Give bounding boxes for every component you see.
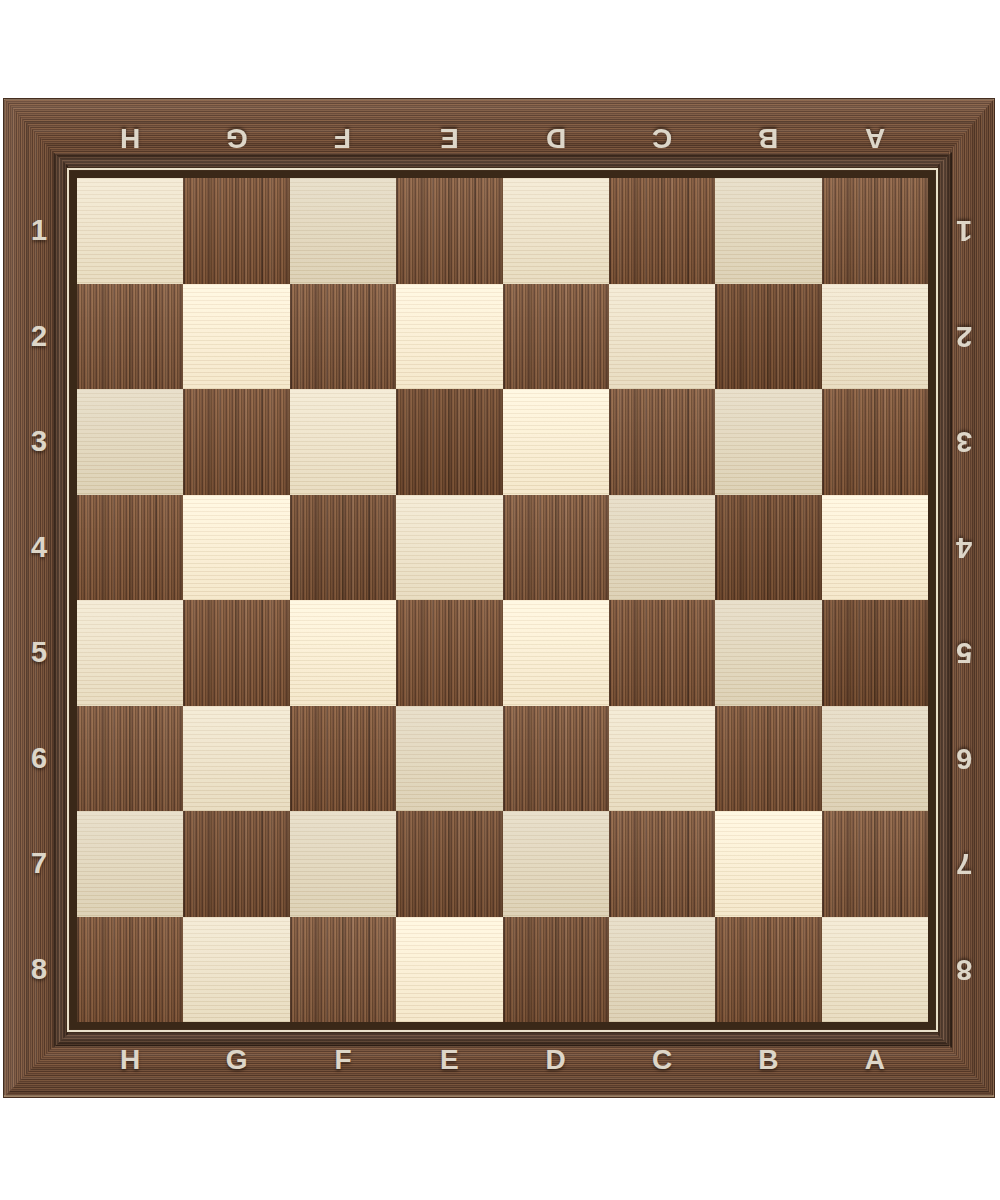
square-d3 [503, 389, 609, 495]
square-f2 [290, 284, 396, 390]
square-h4 [77, 495, 183, 601]
square-e1 [396, 178, 502, 284]
square-h5 [77, 600, 183, 706]
square-f3 [290, 389, 396, 495]
square-e5 [396, 600, 502, 706]
square-c2 [609, 284, 715, 390]
square-d1 [503, 178, 609, 284]
square-a3 [822, 389, 928, 495]
square-e2 [396, 284, 502, 390]
square-e4 [396, 495, 502, 601]
square-b6 [715, 706, 821, 812]
square-f8 [290, 917, 396, 1023]
square-h3 [77, 389, 183, 495]
square-d5 [503, 600, 609, 706]
product-photo: HGFEDCBA HGFEDCBA 12345678 12345678 [0, 0, 1000, 1200]
square-a7 [822, 811, 928, 917]
square-g3 [183, 389, 289, 495]
square-b5 [715, 600, 821, 706]
square-a8 [822, 917, 928, 1023]
square-h2 [77, 284, 183, 390]
chessboard: HGFEDCBA HGFEDCBA 12345678 12345678 [3, 98, 995, 1098]
square-c1 [609, 178, 715, 284]
square-c4 [609, 495, 715, 601]
square-d8 [503, 917, 609, 1023]
square-h8 [77, 917, 183, 1023]
square-c5 [609, 600, 715, 706]
square-e7 [396, 811, 502, 917]
square-g5 [183, 600, 289, 706]
square-b4 [715, 495, 821, 601]
square-e8 [396, 917, 502, 1023]
square-b3 [715, 389, 821, 495]
square-g1 [183, 178, 289, 284]
square-c8 [609, 917, 715, 1023]
moulding-step-left [53, 152, 68, 1048]
square-c3 [609, 389, 715, 495]
square-e6 [396, 706, 502, 812]
square-d4 [503, 495, 609, 601]
square-g7 [183, 811, 289, 917]
square-g4 [183, 495, 289, 601]
square-h1 [77, 178, 183, 284]
square-f4 [290, 495, 396, 601]
square-h7 [77, 811, 183, 917]
square-f5 [290, 600, 396, 706]
square-a1 [822, 178, 928, 284]
square-f1 [290, 178, 396, 284]
square-a6 [822, 706, 928, 812]
playing-area [70, 171, 935, 1029]
square-b1 [715, 178, 821, 284]
square-a4 [822, 495, 928, 601]
square-d2 [503, 284, 609, 390]
square-c7 [609, 811, 715, 917]
square-d7 [503, 811, 609, 917]
square-a2 [822, 284, 928, 390]
square-b8 [715, 917, 821, 1023]
square-g6 [183, 706, 289, 812]
square-g8 [183, 917, 289, 1023]
square-h6 [77, 706, 183, 812]
square-f6 [290, 706, 396, 812]
square-e3 [396, 389, 502, 495]
square-b7 [715, 811, 821, 917]
square-d6 [503, 706, 609, 812]
square-c6 [609, 706, 715, 812]
square-f7 [290, 811, 396, 917]
square-g2 [183, 284, 289, 390]
square-b2 [715, 284, 821, 390]
square-a5 [822, 600, 928, 706]
moulding-step-right [937, 152, 952, 1048]
